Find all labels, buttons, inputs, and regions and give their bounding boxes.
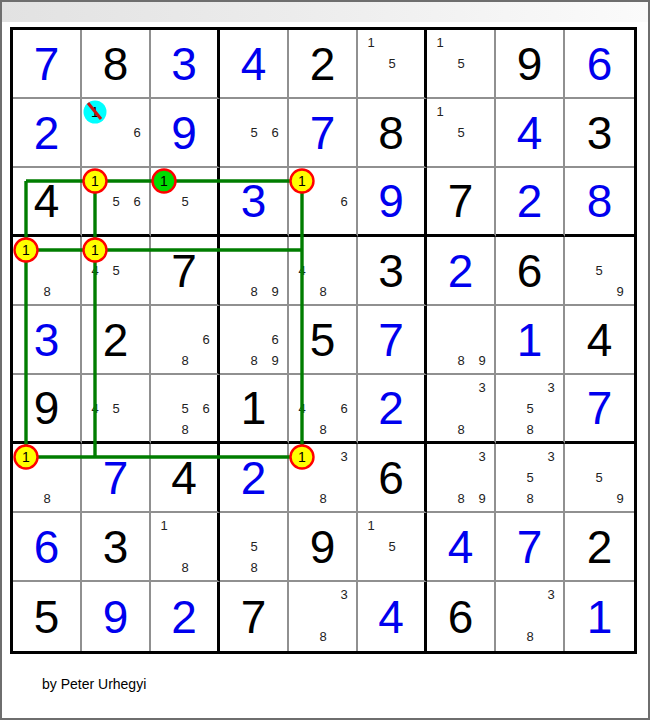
cell-value: 5 bbox=[289, 306, 356, 373]
cell-r2c9[interactable]: 3 bbox=[565, 99, 634, 168]
cell-r3c9[interactable]: 8 bbox=[565, 168, 634, 237]
cell-value: 9 bbox=[496, 30, 563, 97]
cell-r6c1[interactable]: 9 bbox=[13, 375, 82, 444]
cell-value: 7 bbox=[220, 582, 287, 651]
cell-r6c6[interactable]: 2 bbox=[358, 375, 427, 444]
cell-value: 4 bbox=[151, 444, 217, 511]
cell-r7c2[interactable]: 7 bbox=[82, 444, 151, 513]
cell-r8c7[interactable]: 4 bbox=[427, 513, 496, 582]
cell-value: 4 bbox=[496, 99, 563, 166]
pencil-mark: 5 bbox=[106, 261, 126, 281]
cell-value: 9 bbox=[358, 168, 424, 234]
cell-r5c3[interactable]: 68 bbox=[151, 306, 220, 375]
author-credit: by Peter Urhegyi bbox=[42, 676, 146, 692]
pencil-mark: 3 bbox=[541, 585, 561, 605]
cell-value: 7 bbox=[151, 237, 217, 304]
pencil-mark: 5 bbox=[382, 537, 402, 557]
cell-value: 9 bbox=[289, 513, 356, 580]
cell-r6c5[interactable]: 468 bbox=[289, 375, 358, 444]
cell-r7c1[interactable]: 18 bbox=[13, 444, 82, 513]
cell-r1c3[interactable]: 3 bbox=[151, 30, 220, 99]
pencil-mark: 1 bbox=[430, 33, 450, 53]
cell-r9c2[interactable]: 9 bbox=[82, 582, 151, 651]
pencil-mark: 8 bbox=[520, 420, 540, 440]
cell-r9c1[interactable]: 5 bbox=[13, 582, 82, 651]
cell-r9c4[interactable]: 7 bbox=[220, 582, 289, 651]
cell-r7c4[interactable]: 2 bbox=[220, 444, 289, 513]
pencil-mark: 8 bbox=[451, 351, 471, 371]
pencil-mark: 4 bbox=[85, 261, 105, 281]
cell-r4c4[interactable]: 89 bbox=[220, 237, 289, 306]
pencil-mark: 1 bbox=[85, 171, 105, 191]
pencil-mark: 1 bbox=[16, 240, 36, 260]
pencil-mark: 8 bbox=[520, 489, 540, 509]
cell-value: 2 bbox=[151, 582, 217, 651]
cell-r8c6[interactable]: 15 bbox=[358, 513, 427, 582]
pencil-mark: 5 bbox=[589, 261, 609, 281]
pencil-mark: 8 bbox=[244, 282, 264, 302]
cell-value: 2 bbox=[358, 375, 424, 441]
cell-r1c6[interactable]: 15 bbox=[358, 30, 427, 99]
cell-value: 8 bbox=[565, 168, 634, 234]
cell-r7c6[interactable]: 6 bbox=[358, 444, 427, 513]
pencil-mark: 5 bbox=[451, 54, 471, 74]
cell-value: 6 bbox=[427, 582, 494, 651]
cell-r3c1[interactable]: 4 bbox=[13, 168, 82, 237]
cell-r1c5[interactable]: 2 bbox=[289, 30, 358, 99]
cell-r7c5[interactable]: 138 bbox=[289, 444, 358, 513]
pencil-mark: 3 bbox=[541, 378, 561, 398]
cell-r5c7[interactable]: 89 bbox=[427, 306, 496, 375]
cell-r9c8[interactable]: 38 bbox=[496, 582, 565, 651]
cell-value: 4 bbox=[565, 306, 634, 373]
pencil-mark: 6 bbox=[196, 399, 216, 419]
cell-value: 2 bbox=[13, 99, 80, 166]
cell-r8c1[interactable]: 6 bbox=[13, 513, 82, 582]
page: 7834215159621695678154341561531697281814… bbox=[0, 0, 650, 720]
cell-value: 8 bbox=[358, 99, 424, 166]
pencil-mark: 8 bbox=[313, 282, 333, 302]
cell-value: 2 bbox=[565, 513, 634, 580]
cell-value: 7 bbox=[427, 168, 494, 234]
cell-value: 7 bbox=[496, 513, 563, 580]
top-toolbar-strip bbox=[2, 2, 648, 22]
cell-value: 5 bbox=[13, 582, 80, 651]
pencil-mark: 9 bbox=[265, 351, 285, 371]
cell-r5c8[interactable]: 1 bbox=[496, 306, 565, 375]
pencil-mark: 8 bbox=[244, 558, 264, 578]
pencil-mark: 8 bbox=[451, 420, 471, 440]
pencil-mark: 1 bbox=[85, 240, 105, 260]
cell-value: 9 bbox=[13, 375, 80, 441]
pencil-mark: 1 bbox=[361, 516, 381, 536]
pencil-mark: 8 bbox=[520, 627, 540, 647]
cell-r5c5[interactable]: 5 bbox=[289, 306, 358, 375]
pencil-mark: 5 bbox=[520, 399, 540, 419]
cell-r6c3[interactable]: 568 bbox=[151, 375, 220, 444]
pencil-mark: 1 bbox=[154, 516, 174, 536]
pencil-mark: 1 bbox=[154, 171, 174, 191]
cell-value: 3 bbox=[82, 513, 149, 580]
cell-value: 6 bbox=[358, 444, 424, 511]
cell-r8c8[interactable]: 7 bbox=[496, 513, 565, 582]
pencil-mark: 8 bbox=[175, 420, 195, 440]
cell-r2c8[interactable]: 4 bbox=[496, 99, 565, 168]
cell-r2c5[interactable]: 7 bbox=[289, 99, 358, 168]
pencil-mark: 5 bbox=[175, 399, 195, 419]
cell-value: 2 bbox=[289, 30, 356, 97]
cell-value: 7 bbox=[565, 375, 634, 441]
cell-value: 7 bbox=[13, 30, 80, 97]
cell-value: 2 bbox=[427, 237, 494, 304]
cell-r8c3[interactable]: 18 bbox=[151, 513, 220, 582]
cell-r9c7[interactable]: 6 bbox=[427, 582, 496, 651]
pencil-mark: 6 bbox=[127, 123, 147, 143]
pencil-mark: 8 bbox=[175, 351, 195, 371]
pencil-mark: 9 bbox=[610, 489, 630, 509]
cell-r3c4[interactable]: 3 bbox=[220, 168, 289, 237]
cell-r1c2[interactable]: 8 bbox=[82, 30, 151, 99]
cell-r8c4[interactable]: 58 bbox=[220, 513, 289, 582]
pencil-mark: 3 bbox=[334, 447, 354, 467]
pencil-mark: 4 bbox=[85, 399, 105, 419]
pencil-mark: 5 bbox=[244, 537, 264, 557]
pencil-mark: 8 bbox=[451, 489, 471, 509]
cell-r7c7[interactable]: 389 bbox=[427, 444, 496, 513]
pencil-mark: 6 bbox=[334, 399, 354, 419]
cell-r4c9[interactable]: 59 bbox=[565, 237, 634, 306]
cell-value: 3 bbox=[220, 168, 287, 234]
pencil-mark: 8 bbox=[313, 420, 333, 440]
cell-r8c9[interactable]: 2 bbox=[565, 513, 634, 582]
pencil-mark: 3 bbox=[472, 378, 492, 398]
cell-r5c1[interactable]: 3 bbox=[13, 306, 82, 375]
cell-r2c7[interactable]: 15 bbox=[427, 99, 496, 168]
cell-r5c9[interactable]: 4 bbox=[565, 306, 634, 375]
cell-value: 2 bbox=[496, 168, 563, 234]
pencil-mark: 8 bbox=[175, 558, 195, 578]
cell-value: 6 bbox=[565, 30, 634, 97]
pencil-mark: 5 bbox=[451, 123, 471, 143]
cell-r4c3[interactable]: 7 bbox=[151, 237, 220, 306]
cell-value: 1 bbox=[565, 582, 634, 651]
cell-value: 8 bbox=[82, 30, 149, 97]
cell-value: 4 bbox=[13, 168, 80, 234]
pencil-mark: 6 bbox=[127, 192, 147, 212]
pencil-mark: 5 bbox=[589, 468, 609, 488]
cell-value: 2 bbox=[82, 306, 149, 373]
cell-r1c4[interactable]: 4 bbox=[220, 30, 289, 99]
pencil-mark: 5 bbox=[175, 192, 195, 212]
pencil-mark: 8 bbox=[313, 489, 333, 509]
cell-r5c6[interactable]: 7 bbox=[358, 306, 427, 375]
cell-r5c2[interactable]: 2 bbox=[82, 306, 151, 375]
pencil-mark: 6 bbox=[265, 330, 285, 350]
cell-value: 4 bbox=[220, 30, 287, 97]
cell-r9c5[interactable]: 38 bbox=[289, 582, 358, 651]
cell-r8c5[interactable]: 9 bbox=[289, 513, 358, 582]
cell-value: 6 bbox=[13, 513, 80, 580]
cell-r2c4[interactable]: 56 bbox=[220, 99, 289, 168]
pencil-mark: 1 bbox=[292, 447, 312, 467]
cell-r6c9[interactable]: 7 bbox=[565, 375, 634, 444]
cell-r3c8[interactable]: 2 bbox=[496, 168, 565, 237]
pencil-mark: 1 bbox=[292, 171, 312, 191]
pencil-mark: 5 bbox=[106, 399, 126, 419]
pencil-mark: 9 bbox=[472, 351, 492, 371]
pencil-mark: 6 bbox=[265, 123, 285, 143]
cell-value: 6 bbox=[496, 237, 563, 304]
cell-r4c5[interactable]: 48 bbox=[289, 237, 358, 306]
cell-r3c2[interactable]: 156 bbox=[82, 168, 151, 237]
cell-r7c3[interactable]: 4 bbox=[151, 444, 220, 513]
pencil-mark: 5 bbox=[382, 54, 402, 74]
cell-r6c8[interactable]: 358 bbox=[496, 375, 565, 444]
pencil-mark: 4 bbox=[292, 261, 312, 281]
cell-r7c9[interactable]: 59 bbox=[565, 444, 634, 513]
pencil-mark: 8 bbox=[37, 489, 57, 509]
pencil-mark: 9 bbox=[472, 489, 492, 509]
cell-value: 7 bbox=[289, 99, 356, 166]
pencil-mark: 5 bbox=[106, 192, 126, 212]
pencil-mark: 3 bbox=[472, 447, 492, 467]
cell-value: 3 bbox=[565, 99, 634, 166]
cell-r4c1[interactable]: 18 bbox=[13, 237, 82, 306]
cell-r3c6[interactable]: 9 bbox=[358, 168, 427, 237]
cell-r8c2[interactable]: 3 bbox=[82, 513, 151, 582]
sudoku-board: 7834215159621695678154341561531697281814… bbox=[10, 27, 637, 654]
cell-value: 3 bbox=[358, 237, 424, 304]
pencil-mark: 8 bbox=[244, 351, 264, 371]
cell-r1c9[interactable]: 6 bbox=[565, 30, 634, 99]
cell-r4c6[interactable]: 3 bbox=[358, 237, 427, 306]
pencil-mark: 8 bbox=[37, 282, 57, 302]
cell-r2c2[interactable]: 16 bbox=[82, 99, 151, 168]
pencil-mark: 6 bbox=[334, 192, 354, 212]
cell-r6c4[interactable]: 1 bbox=[220, 375, 289, 444]
cell-r4c8[interactable]: 6 bbox=[496, 237, 565, 306]
pencil-mark: 6 bbox=[196, 330, 216, 350]
cell-value: 9 bbox=[151, 99, 217, 166]
cell-r3c3[interactable]: 15 bbox=[151, 168, 220, 237]
cell-r9c9[interactable]: 1 bbox=[565, 582, 634, 651]
cell-r1c8[interactable]: 9 bbox=[496, 30, 565, 99]
cell-value: 7 bbox=[82, 444, 149, 511]
pencil-mark: 8 bbox=[313, 627, 333, 647]
cell-r6c7[interactable]: 38 bbox=[427, 375, 496, 444]
cell-value: 2 bbox=[220, 444, 287, 511]
cell-value: 3 bbox=[151, 30, 217, 97]
cell-value: 7 bbox=[358, 306, 424, 373]
cell-value: 4 bbox=[358, 582, 424, 651]
cell-r4c2[interactable]: 145 bbox=[82, 237, 151, 306]
pencil-mark: 1 bbox=[361, 33, 381, 53]
cell-r1c7[interactable]: 15 bbox=[427, 30, 496, 99]
cell-r3c7[interactable]: 7 bbox=[427, 168, 496, 237]
cell-r2c3[interactable]: 9 bbox=[151, 99, 220, 168]
cell-r2c6[interactable]: 8 bbox=[358, 99, 427, 168]
pencil-mark: 4 bbox=[292, 399, 312, 419]
cell-r1c1[interactable]: 7 bbox=[13, 30, 82, 99]
cell-value: 3 bbox=[13, 306, 80, 373]
pencil-mark: 1 bbox=[85, 102, 105, 122]
pencil-mark: 9 bbox=[610, 282, 630, 302]
cell-r9c3[interactable]: 2 bbox=[151, 582, 220, 651]
cell-value: 1 bbox=[496, 306, 563, 373]
cell-value: 1 bbox=[220, 375, 287, 441]
cell-r6c2[interactable]: 45 bbox=[82, 375, 151, 444]
pencil-mark: 3 bbox=[541, 447, 561, 467]
cell-r3c5[interactable]: 16 bbox=[289, 168, 358, 237]
pencil-mark: 5 bbox=[520, 468, 540, 488]
cell-value: 4 bbox=[427, 513, 494, 580]
pencil-mark: 9 bbox=[265, 282, 285, 302]
cell-r9c6[interactable]: 4 bbox=[358, 582, 427, 651]
cell-r5c4[interactable]: 689 bbox=[220, 306, 289, 375]
pencil-mark: 1 bbox=[16, 447, 36, 467]
cell-r2c1[interactable]: 2 bbox=[13, 99, 82, 168]
pencil-mark: 5 bbox=[244, 123, 264, 143]
cell-r7c8[interactable]: 358 bbox=[496, 444, 565, 513]
cell-r4c7[interactable]: 2 bbox=[427, 237, 496, 306]
pencil-mark: 1 bbox=[430, 102, 450, 122]
pencil-mark: 3 bbox=[334, 585, 354, 605]
cell-value: 9 bbox=[82, 582, 149, 651]
